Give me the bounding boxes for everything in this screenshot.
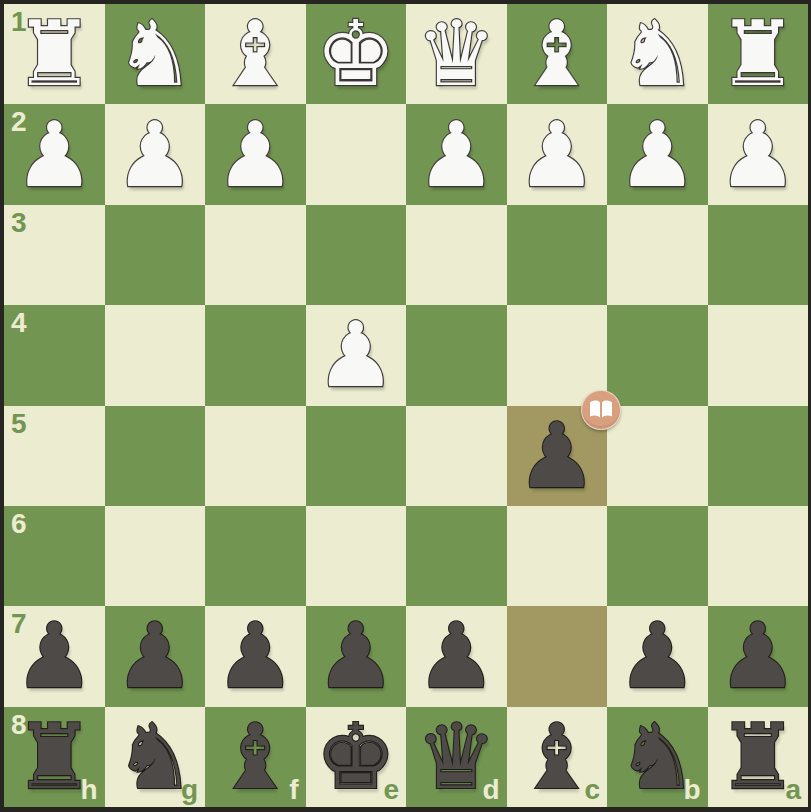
black-bishop[interactable]: ♝	[507, 707, 608, 807]
square-f2[interactable]: ♟	[205, 104, 306, 204]
black-queen[interactable]: ♛	[406, 707, 507, 807]
square-b6[interactable]	[607, 506, 708, 606]
square-f6[interactable]	[205, 506, 306, 606]
square-h4[interactable]: 4	[4, 305, 105, 405]
square-b8[interactable]: b♞	[607, 707, 708, 807]
square-d2[interactable]: ♟	[406, 104, 507, 204]
square-e1[interactable]: ♚	[306, 4, 407, 104]
white-knight[interactable]: ♞	[105, 4, 206, 104]
square-c3[interactable]	[507, 205, 608, 305]
white-pawn[interactable]: ♟	[105, 104, 206, 204]
square-f5[interactable]	[205, 406, 306, 506]
black-bishop[interactable]: ♝	[205, 707, 306, 807]
square-e5[interactable]	[306, 406, 407, 506]
square-g4[interactable]	[105, 305, 206, 405]
black-knight[interactable]: ♞	[105, 707, 206, 807]
square-e6[interactable]	[306, 506, 407, 606]
white-king[interactable]: ♚	[306, 4, 407, 104]
white-pawn[interactable]: ♟	[4, 104, 105, 204]
black-knight[interactable]: ♞	[607, 707, 708, 807]
black-rook[interactable]: ♜	[4, 707, 105, 807]
square-d7[interactable]: ♟	[406, 606, 507, 706]
square-g7[interactable]: ♟	[105, 606, 206, 706]
square-b1[interactable]: ♞	[607, 4, 708, 104]
square-g8[interactable]: g♞	[105, 707, 206, 807]
square-d5[interactable]	[406, 406, 507, 506]
black-pawn[interactable]: ♟	[105, 606, 206, 706]
square-a5[interactable]	[708, 406, 809, 506]
opening-book-badge[interactable]	[581, 390, 621, 430]
square-a3[interactable]	[708, 205, 809, 305]
square-h8[interactable]: 8h♜	[4, 707, 105, 807]
square-a7[interactable]: ♟	[708, 606, 809, 706]
square-e3[interactable]	[306, 205, 407, 305]
chess-board-frame: 1♜♞♝♚♛♝♞♜2♟♟♟♟♟♟♟34♟5♟67♟♟♟♟♟♟♟8h♜g♞f♝e♚…	[0, 0, 811, 812]
square-h7[interactable]: 7♟	[4, 606, 105, 706]
white-rook[interactable]: ♜	[4, 4, 105, 104]
square-g2[interactable]: ♟	[105, 104, 206, 204]
square-a1[interactable]: ♜	[708, 4, 809, 104]
white-pawn[interactable]: ♟	[507, 104, 608, 204]
white-pawn[interactable]: ♟	[306, 305, 407, 405]
square-d1[interactable]: ♛	[406, 4, 507, 104]
white-knight[interactable]: ♞	[607, 4, 708, 104]
white-pawn[interactable]: ♟	[406, 104, 507, 204]
black-king[interactable]: ♚	[306, 707, 407, 807]
square-g6[interactable]	[105, 506, 206, 606]
square-d3[interactable]	[406, 205, 507, 305]
square-c4[interactable]	[507, 305, 608, 405]
square-a8[interactable]: a♜	[708, 707, 809, 807]
square-f8[interactable]: f♝	[205, 707, 306, 807]
square-a2[interactable]: ♟	[708, 104, 809, 204]
square-c6[interactable]	[507, 506, 608, 606]
white-pawn[interactable]: ♟	[205, 104, 306, 204]
square-d6[interactable]	[406, 506, 507, 606]
rank-label-5: 5	[11, 410, 27, 438]
square-g3[interactable]	[105, 205, 206, 305]
white-pawn[interactable]: ♟	[607, 104, 708, 204]
black-pawn[interactable]: ♟	[607, 606, 708, 706]
square-g5[interactable]	[105, 406, 206, 506]
white-bishop[interactable]: ♝	[205, 4, 306, 104]
square-h2[interactable]: 2♟	[4, 104, 105, 204]
square-b3[interactable]	[607, 205, 708, 305]
black-pawn[interactable]: ♟	[4, 606, 105, 706]
square-f3[interactable]	[205, 205, 306, 305]
black-pawn[interactable]: ♟	[406, 606, 507, 706]
white-queen[interactable]: ♛	[406, 4, 507, 104]
rank-label-6: 6	[11, 510, 27, 538]
black-pawn[interactable]: ♟	[205, 606, 306, 706]
rank-label-4: 4	[11, 309, 27, 337]
square-f1[interactable]: ♝	[205, 4, 306, 104]
square-c7[interactable]	[507, 606, 608, 706]
black-rook[interactable]: ♜	[708, 707, 809, 807]
square-e2[interactable]	[306, 104, 407, 204]
square-b4[interactable]	[607, 305, 708, 405]
square-b2[interactable]: ♟	[607, 104, 708, 204]
square-e8[interactable]: e♚	[306, 707, 407, 807]
square-b5[interactable]	[607, 406, 708, 506]
square-a6[interactable]	[708, 506, 809, 606]
square-h6[interactable]: 6	[4, 506, 105, 606]
white-pawn[interactable]: ♟	[708, 104, 809, 204]
square-h1[interactable]: 1♜	[4, 4, 105, 104]
square-e7[interactable]: ♟	[306, 606, 407, 706]
rank-label-3: 3	[11, 209, 27, 237]
white-rook[interactable]: ♜	[708, 4, 809, 104]
square-c2[interactable]: ♟	[507, 104, 608, 204]
square-c8[interactable]: c♝	[507, 707, 608, 807]
square-h5[interactable]: 5	[4, 406, 105, 506]
chess-board: 1♜♞♝♚♛♝♞♜2♟♟♟♟♟♟♟34♟5♟67♟♟♟♟♟♟♟8h♜g♞f♝e♚…	[4, 4, 808, 807]
square-a4[interactable]	[708, 305, 809, 405]
square-h3[interactable]: 3	[4, 205, 105, 305]
square-g1[interactable]: ♞	[105, 4, 206, 104]
black-pawn[interactable]: ♟	[306, 606, 407, 706]
square-c1[interactable]: ♝	[507, 4, 608, 104]
open-book-icon	[588, 399, 614, 421]
white-bishop[interactable]: ♝	[507, 4, 608, 104]
square-f7[interactable]: ♟	[205, 606, 306, 706]
square-d8[interactable]: d♛	[406, 707, 507, 807]
square-f4[interactable]	[205, 305, 306, 405]
square-d4[interactable]	[406, 305, 507, 405]
square-e4[interactable]: ♟	[306, 305, 407, 405]
black-pawn[interactable]: ♟	[708, 606, 809, 706]
square-b7[interactable]: ♟	[607, 606, 708, 706]
